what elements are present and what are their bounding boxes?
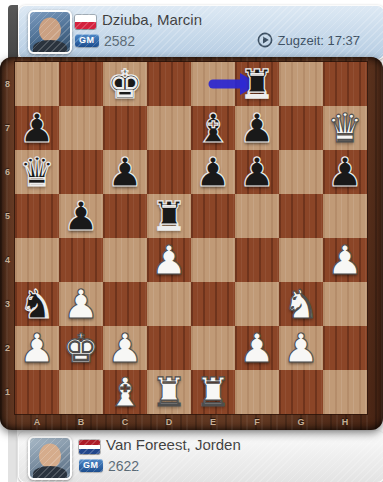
- square-d2[interactable]: [147, 326, 191, 370]
- piece-white-rook[interactable]: ♜: [191, 370, 235, 414]
- square-a4[interactable]: [15, 238, 59, 282]
- square-f1[interactable]: [235, 370, 279, 414]
- square-a6[interactable]: ♛: [15, 150, 59, 194]
- player-rating-top: 2582: [104, 33, 135, 49]
- piece-black-pawn[interactable]: ♟: [103, 150, 147, 194]
- piece-white-pawn[interactable]: ♟: [235, 326, 279, 370]
- piece-black-pawn[interactable]: ♟: [59, 194, 103, 238]
- square-a2[interactable]: ♟: [15, 326, 59, 370]
- square-e6[interactable]: ♟: [191, 150, 235, 194]
- square-b1[interactable]: [59, 370, 103, 414]
- square-b8[interactable]: [59, 62, 103, 106]
- avatar-bottom-player[interactable]: [28, 436, 72, 480]
- player-panel-top: Dziuba, Marcin GM 2582 Zugzeit: 17:37: [18, 5, 383, 60]
- square-h7[interactable]: ♛: [323, 106, 367, 150]
- rank-label: 8: [0, 62, 15, 106]
- window-edge-strip-bottom: [8, 430, 17, 482]
- piece-white-king[interactable]: ♚: [59, 326, 103, 370]
- piece-white-queen[interactable]: ♛: [323, 106, 367, 150]
- netherlands-flag-icon: [79, 440, 100, 454]
- poland-flag-icon: [75, 15, 96, 29]
- rank-label: 6: [0, 150, 15, 194]
- square-c2[interactable]: ♟: [103, 326, 147, 370]
- piece-black-pawn[interactable]: ♟: [235, 150, 279, 194]
- piece-white-knight[interactable]: ♞: [279, 282, 323, 326]
- square-d6[interactable]: [147, 150, 191, 194]
- square-f3[interactable]: [235, 282, 279, 326]
- square-h2[interactable]: [323, 326, 367, 370]
- square-d5[interactable]: ♜: [147, 194, 191, 238]
- square-g3[interactable]: ♞: [279, 282, 323, 326]
- square-h8[interactable]: [323, 62, 367, 106]
- square-d4[interactable]: ♟: [147, 238, 191, 282]
- gm-title-badge-top: GM: [75, 34, 99, 47]
- square-g7[interactable]: [279, 106, 323, 150]
- square-g5[interactable]: [279, 194, 323, 238]
- piece-black-king[interactable]: ♚: [103, 62, 147, 106]
- piece-white-pawn[interactable]: ♟: [279, 326, 323, 370]
- piece-white-bishop[interactable]: ♝: [103, 370, 147, 414]
- player-panel-bottom: Van Foreest, Jorden GM 2622: [18, 431, 383, 482]
- square-d7[interactable]: [147, 106, 191, 150]
- board-grid: ♚♜♟♝♟♛♛♟♟♟♟♟♜♟♟♞♟♞♟♚♟♟♟♝♜♜: [15, 62, 367, 414]
- file-label: B: [59, 414, 103, 430]
- square-f4[interactable]: [235, 238, 279, 282]
- square-a7[interactable]: ♟: [15, 106, 59, 150]
- square-c1[interactable]: ♝: [103, 370, 147, 414]
- file-label: G: [279, 414, 323, 430]
- square-h4[interactable]: ♟: [323, 238, 367, 282]
- square-h6[interactable]: ♟: [323, 150, 367, 194]
- square-d1[interactable]: ♜: [147, 370, 191, 414]
- square-b6[interactable]: [59, 150, 103, 194]
- rank-labels: 87654321: [0, 62, 15, 414]
- square-f5[interactable]: [235, 194, 279, 238]
- square-a1[interactable]: [15, 370, 59, 414]
- square-h5[interactable]: [323, 194, 367, 238]
- avatar-top-player[interactable]: [28, 10, 72, 54]
- rank-label: 4: [0, 238, 15, 282]
- square-c3[interactable]: [103, 282, 147, 326]
- square-c7[interactable]: [103, 106, 147, 150]
- square-a8[interactable]: [15, 62, 59, 106]
- square-g8[interactable]: [279, 62, 323, 106]
- rank-label: 7: [0, 106, 15, 150]
- rank-label: 1: [0, 370, 15, 414]
- square-f8[interactable]: ♜: [235, 62, 279, 106]
- square-e1[interactable]: ♜: [191, 370, 235, 414]
- square-b2[interactable]: ♚: [59, 326, 103, 370]
- player-rating-bottom: 2622: [108, 458, 139, 474]
- file-label: C: [103, 414, 147, 430]
- rank-label: 5: [0, 194, 15, 238]
- square-a5[interactable]: [15, 194, 59, 238]
- square-b4[interactable]: [59, 238, 103, 282]
- square-g2[interactable]: ♟: [279, 326, 323, 370]
- square-g6[interactable]: [279, 150, 323, 194]
- rank-label: 2: [0, 326, 15, 370]
- square-h3[interactable]: [323, 282, 367, 326]
- square-c6[interactable]: ♟: [103, 150, 147, 194]
- file-labels: ABCDEFGH: [15, 414, 367, 430]
- square-e2[interactable]: [191, 326, 235, 370]
- piece-white-pawn[interactable]: ♟: [59, 282, 103, 326]
- square-e8[interactable]: [191, 62, 235, 106]
- file-label: A: [15, 414, 59, 430]
- piece-white-pawn[interactable]: ♟: [147, 238, 191, 282]
- window-edge-strip: [8, 5, 18, 62]
- square-c4[interactable]: [103, 238, 147, 282]
- player-name-bottom: Van Foreest, Jorden: [106, 436, 241, 453]
- square-g1[interactable]: [279, 370, 323, 414]
- square-g4[interactable]: [279, 238, 323, 282]
- square-b5[interactable]: ♟: [59, 194, 103, 238]
- piece-white-pawn[interactable]: ♟: [15, 326, 59, 370]
- piece-black-knight[interactable]: ♞: [15, 282, 59, 326]
- square-b7[interactable]: [59, 106, 103, 150]
- square-f6[interactable]: ♟: [235, 150, 279, 194]
- piece-white-pawn[interactable]: ♟: [323, 238, 367, 282]
- piece-black-pawn[interactable]: ♟: [191, 150, 235, 194]
- square-h1[interactable]: [323, 370, 367, 414]
- piece-white-pawn[interactable]: ♟: [103, 326, 147, 370]
- square-b3[interactable]: ♟: [59, 282, 103, 326]
- piece-black-rook[interactable]: ♜: [235, 62, 279, 106]
- chess-board: 87654321 ABCDEFGH ♚♜♟♝♟♛♛♟♟♟♟♟♜♟♟♞♟♞♟♚♟♟…: [0, 57, 383, 430]
- square-d3[interactable]: [147, 282, 191, 326]
- piece-white-rook[interactable]: ♜: [147, 370, 191, 414]
- gm-title-badge-bottom: GM: [79, 459, 103, 472]
- move-timer-icon: [257, 32, 273, 48]
- piece-black-rook[interactable]: ♜: [147, 194, 191, 238]
- game-view: Dziuba, Marcin GM 2582 Zugzeit: 17:37 87…: [0, 0, 383, 482]
- square-f7[interactable]: ♟: [235, 106, 279, 150]
- square-c8[interactable]: ♚: [103, 62, 147, 106]
- file-label: D: [147, 414, 191, 430]
- piece-black-pawn[interactable]: ♟: [235, 106, 279, 150]
- square-e7[interactable]: ♝: [191, 106, 235, 150]
- piece-black-bishop[interactable]: ♝: [191, 106, 235, 150]
- square-d8[interactable]: [147, 62, 191, 106]
- file-label: F: [235, 414, 279, 430]
- square-e5[interactable]: [191, 194, 235, 238]
- file-label: H: [323, 414, 367, 430]
- square-e3[interactable]: [191, 282, 235, 326]
- rank-label: 3: [0, 282, 15, 326]
- move-clock-text: Zugzeit: 17:37: [278, 33, 360, 48]
- piece-black-pawn[interactable]: ♟: [323, 150, 367, 194]
- square-a3[interactable]: ♞: [15, 282, 59, 326]
- file-label: E: [191, 414, 235, 430]
- square-c5[interactable]: [103, 194, 147, 238]
- square-e4[interactable]: [191, 238, 235, 282]
- piece-black-pawn[interactable]: ♟: [15, 106, 59, 150]
- move-clock-top: Zugzeit: 17:37: [257, 32, 360, 48]
- player-name-top: Dziuba, Marcin: [102, 11, 202, 28]
- square-f2[interactable]: ♟: [235, 326, 279, 370]
- piece-black-queen[interactable]: ♛: [15, 150, 59, 194]
